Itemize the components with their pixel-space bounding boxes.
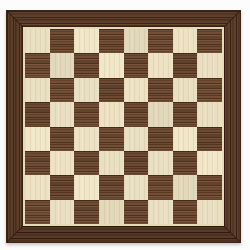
square-c8[interactable] (74, 29, 99, 53)
square-g7[interactable] (173, 53, 198, 77)
square-a8[interactable] (25, 29, 50, 53)
square-b8[interactable] (50, 29, 75, 53)
square-c1[interactable] (74, 200, 99, 224)
square-g1[interactable] (173, 200, 198, 224)
square-g8[interactable] (173, 29, 198, 53)
square-d3[interactable] (99, 151, 124, 175)
square-b5[interactable] (50, 102, 75, 126)
square-b1[interactable] (50, 200, 75, 224)
photo-background (0, 0, 250, 250)
square-e8[interactable] (124, 29, 149, 53)
square-d1[interactable] (99, 200, 124, 224)
square-c6[interactable] (74, 78, 99, 102)
square-e3[interactable] (124, 151, 149, 175)
square-h2[interactable] (197, 175, 222, 199)
square-e1[interactable] (124, 200, 149, 224)
square-h4[interactable] (197, 127, 222, 151)
square-d2[interactable] (99, 175, 124, 199)
square-f6[interactable] (148, 78, 173, 102)
square-g6[interactable] (173, 78, 198, 102)
square-g2[interactable] (173, 175, 198, 199)
square-f4[interactable] (148, 127, 173, 151)
square-c2[interactable] (74, 175, 99, 199)
square-h6[interactable] (197, 78, 222, 102)
square-h5[interactable] (197, 102, 222, 126)
square-e2[interactable] (124, 175, 149, 199)
board-frame-bottom (7, 226, 240, 242)
square-h1[interactable] (197, 200, 222, 224)
square-h3[interactable] (197, 151, 222, 175)
square-a3[interactable] (25, 151, 50, 175)
square-c7[interactable] (74, 53, 99, 77)
square-d6[interactable] (99, 78, 124, 102)
square-a6[interactable] (25, 78, 50, 102)
square-c4[interactable] (74, 127, 99, 151)
square-b6[interactable] (50, 78, 75, 102)
board-playing-field (23, 27, 224, 226)
square-f5[interactable] (148, 102, 173, 126)
square-h7[interactable] (197, 53, 222, 77)
square-a5[interactable] (25, 102, 50, 126)
square-e4[interactable] (124, 127, 149, 151)
board-frame-right (224, 11, 240, 242)
square-b2[interactable] (50, 175, 75, 199)
square-f2[interactable] (148, 175, 173, 199)
square-f3[interactable] (148, 151, 173, 175)
square-e5[interactable] (124, 102, 149, 126)
square-f8[interactable] (148, 29, 173, 53)
square-b3[interactable] (50, 151, 75, 175)
chess-board (6, 10, 241, 243)
square-e7[interactable] (124, 53, 149, 77)
square-d8[interactable] (99, 29, 124, 53)
square-g5[interactable] (173, 102, 198, 126)
square-e6[interactable] (124, 78, 149, 102)
square-g4[interactable] (173, 127, 198, 151)
square-b4[interactable] (50, 127, 75, 151)
square-c5[interactable] (74, 102, 99, 126)
square-a2[interactable] (25, 175, 50, 199)
square-g3[interactable] (173, 151, 198, 175)
square-b7[interactable] (50, 53, 75, 77)
square-d5[interactable] (99, 102, 124, 126)
square-d4[interactable] (99, 127, 124, 151)
board-frame-top (7, 11, 240, 27)
square-a1[interactable] (25, 200, 50, 224)
square-f1[interactable] (148, 200, 173, 224)
square-a7[interactable] (25, 53, 50, 77)
square-c3[interactable] (74, 151, 99, 175)
square-h8[interactable] (197, 29, 222, 53)
square-d7[interactable] (99, 53, 124, 77)
square-a4[interactable] (25, 127, 50, 151)
board-frame-left (7, 11, 23, 242)
square-f7[interactable] (148, 53, 173, 77)
